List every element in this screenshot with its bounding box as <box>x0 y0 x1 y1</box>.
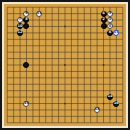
move-number: 16 <box>114 102 119 106</box>
black-stone-Q17: 2 <box>101 17 107 23</box>
go-board[interactable]: 1234567891011121314151617 <box>4 4 126 126</box>
black-stone-C16: 10 <box>17 23 23 29</box>
black-stone-D10 <box>23 62 29 68</box>
move-number: 4 <box>102 12 105 16</box>
star-point <box>64 103 66 105</box>
black-stone-Q16 <box>101 23 107 29</box>
black-stone-S4: 16 <box>113 101 119 107</box>
move-number: 6 <box>109 31 112 35</box>
black-stone-R15: 6 <box>107 30 113 36</box>
white-stone-R18: 3 <box>107 11 113 17</box>
diagram-frame: 1234567891011121314151617 <box>0 0 130 130</box>
move-number: 7 <box>19 18 22 22</box>
black-stone-Q18: 4 <box>101 11 107 17</box>
white-stone-R16: 5 <box>107 23 113 29</box>
move-number: 2 <box>102 18 105 22</box>
move-number: 3 <box>109 12 112 16</box>
star-point <box>103 103 105 105</box>
move-number: 14 <box>107 95 112 99</box>
white-stone-S15: 17 <box>113 30 119 36</box>
black-stone-D17: 8 <box>23 17 29 23</box>
black-stone-D16 <box>23 23 29 29</box>
move-number: 15 <box>24 102 29 106</box>
white-stone-R17: 1 <box>107 17 113 23</box>
move-number: 10 <box>18 25 23 29</box>
move-number: 13 <box>95 108 100 112</box>
board-margin: 1234567891011121314151617 <box>2 2 128 128</box>
move-number: 17 <box>114 31 119 35</box>
move-number: 9 <box>25 12 28 16</box>
move-number: 12 <box>18 31 23 35</box>
star-point <box>64 26 66 28</box>
move-number: 5 <box>109 25 112 29</box>
white-stone-C17: 7 <box>17 17 23 23</box>
black-stone-R5: 14 <box>107 94 113 100</box>
white-stone-P3: 13 <box>94 107 100 113</box>
black-stone-C15: 12 <box>17 30 23 36</box>
white-stone-F18: 11 <box>36 11 42 17</box>
star-point <box>103 64 105 66</box>
move-number: 11 <box>37 12 42 16</box>
move-number: 1 <box>109 18 112 22</box>
move-number: 8 <box>25 18 28 22</box>
star-point <box>64 64 66 66</box>
white-stone-D4: 15 <box>23 101 29 107</box>
white-stone-D18: 9 <box>23 11 29 17</box>
